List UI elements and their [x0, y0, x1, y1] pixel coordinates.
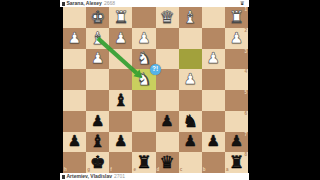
square-g2[interactable]: ♝	[86, 28, 109, 49]
square-h2[interactable]: ♟	[63, 28, 86, 49]
square-h4[interactable]	[63, 69, 86, 90]
square-g3[interactable]: ♟	[86, 49, 109, 70]
chess-board[interactable]: ♚♜♛♝1♜♟♝♟♟2♟♟♞♟3♞♟4♝5♟♟♞6♟♝♟♟♟7♟hg♚fe♜d♛…	[63, 7, 248, 173]
white-p-f2[interactable]: ♟	[114, 31, 127, 46]
square-c8[interactable]: c	[179, 152, 202, 173]
square-b7[interactable]: ♟	[202, 132, 225, 153]
game-type-icon	[62, 2, 65, 6]
square-b4[interactable]	[202, 69, 225, 90]
square-c3[interactable]	[179, 49, 202, 70]
black-p-g6[interactable]: ♟	[91, 114, 104, 129]
white-r-f1[interactable]: ♜	[113, 9, 128, 26]
black-b-g7[interactable]: ♝	[90, 133, 105, 150]
top-player-name: Sarana, Alexey	[67, 0, 102, 7]
square-d2[interactable]	[156, 28, 179, 49]
white-p-g3[interactable]: ♟	[91, 51, 104, 66]
square-e8[interactable]: e♜	[132, 152, 155, 173]
white-n-e3[interactable]: ♞	[136, 50, 151, 67]
square-b2[interactable]	[202, 28, 225, 49]
coord-rank-5: 5	[244, 91, 247, 96]
square-f2[interactable]: ♟	[109, 28, 132, 49]
square-d5[interactable]	[156, 90, 179, 111]
square-c2[interactable]	[179, 28, 202, 49]
square-e6[interactable]	[132, 111, 155, 132]
square-e7[interactable]	[132, 132, 155, 153]
white-n-e4[interactable]: ♞	[136, 71, 151, 88]
square-e2[interactable]: ♟	[132, 28, 155, 49]
white-r-a1[interactable]: ♜	[229, 9, 244, 26]
square-a5[interactable]: 5	[225, 90, 248, 111]
square-a8[interactable]: 8a♜	[225, 152, 248, 173]
coord-file-a: a	[226, 168, 229, 173]
black-r-e8[interactable]: ♜	[136, 154, 151, 171]
coord-rank-1: 1	[244, 8, 247, 13]
square-h5[interactable]	[63, 90, 86, 111]
white-b-g2[interactable]: ♝	[90, 30, 105, 47]
black-p-a7[interactable]: ♟	[230, 134, 243, 149]
coord-rank-6: 6	[244, 112, 247, 117]
coord-file-b: b	[203, 168, 206, 173]
bottom-player-rating: 2701	[114, 173, 125, 180]
white-p-a2[interactable]: ♟	[230, 31, 243, 46]
square-c1[interactable]: ♝	[179, 7, 202, 28]
square-c4[interactable]: ♟	[179, 69, 202, 90]
square-h8[interactable]: h	[63, 152, 86, 173]
square-a4[interactable]: 4	[225, 69, 248, 90]
square-b1[interactable]	[202, 7, 225, 28]
square-g7[interactable]: ♝	[86, 132, 109, 153]
white-p-e2[interactable]: ♟	[137, 31, 150, 46]
square-c7[interactable]: ♟	[179, 132, 202, 153]
coord-rank-2: 2	[244, 29, 247, 34]
black-n-c6[interactable]: ♞	[183, 113, 198, 130]
black-p-c7[interactable]: ♟	[183, 134, 196, 149]
pillarbox-right	[249, 0, 320, 180]
square-d1[interactable]: ♛	[156, 7, 179, 28]
white-p-h2[interactable]: ♟	[68, 31, 81, 46]
square-a6[interactable]: 6	[225, 111, 248, 132]
square-d7[interactable]	[156, 132, 179, 153]
chess-video-area: Sarana, Alexey 2668 ♛ ♚♜♛♝1♜♟♝♟♟2♟♟♞♟3♞♟…	[60, 0, 249, 180]
square-a7[interactable]: 7♟	[225, 132, 248, 153]
square-e1[interactable]	[132, 7, 155, 28]
square-f4[interactable]	[109, 69, 132, 90]
square-b3[interactable]: ♟	[202, 49, 225, 70]
square-h7[interactable]: ♟	[63, 132, 86, 153]
square-f1[interactable]: ♜	[109, 7, 132, 28]
crown-icon: ♛	[240, 0, 245, 7]
black-p-b7[interactable]: ♟	[207, 134, 220, 149]
white-q-d1[interactable]: ♛	[159, 9, 174, 26]
square-g1[interactable]: ♚	[86, 7, 109, 28]
black-p-f7[interactable]: ♟	[114, 134, 127, 149]
video-frame: Sarana, Alexey 2668 ♛ ♚♜♛♝1♜♟♝♟♟2♟♟♞♟3♞♟…	[0, 0, 320, 180]
white-p-b3[interactable]: ♟	[207, 51, 220, 66]
white-b-c1[interactable]: ♝	[183, 9, 198, 26]
coord-rank-3: 3	[244, 50, 247, 55]
black-p-d6[interactable]: ♟	[160, 114, 173, 129]
square-c6[interactable]: ♞	[179, 111, 202, 132]
square-f7[interactable]: ♟	[109, 132, 132, 153]
square-a3[interactable]: 3	[225, 49, 248, 70]
coord-file-h: h	[64, 168, 67, 173]
square-h1[interactable]	[63, 7, 86, 28]
square-f6[interactable]	[109, 111, 132, 132]
player-bar-bottom: Artemiev, Vladislav 2701	[60, 173, 249, 180]
coord-file-c: c	[180, 168, 183, 173]
board-wrap: ♚♜♛♝1♜♟♝♟♟2♟♟♞♟3♞♟4♝5♟♟♞6♟♝♟♟♟7♟hg♚fe♜d♛…	[63, 7, 248, 173]
coord-file-e: e	[133, 168, 136, 173]
coord-file-f: f	[110, 168, 112, 173]
square-g5[interactable]	[86, 90, 109, 111]
square-a2[interactable]: 2♟	[225, 28, 248, 49]
black-p-h7[interactable]: ♟	[68, 134, 81, 149]
square-g4[interactable]	[86, 69, 109, 90]
square-d6[interactable]: ♟	[156, 111, 179, 132]
coord-rank-8: 8	[244, 153, 247, 158]
coord-rank-4: 4	[244, 70, 247, 75]
bottom-player-name: Artemiev, Vladislav	[67, 173, 113, 180]
square-h6[interactable]	[63, 111, 86, 132]
square-e5[interactable]	[132, 90, 155, 111]
coord-rank-7: 7	[244, 133, 247, 138]
white-p-c4[interactable]: ♟	[183, 72, 196, 87]
black-r-a8[interactable]: ♜	[229, 154, 244, 171]
square-b5[interactable]	[202, 90, 225, 111]
black-q-d8[interactable]: ♛	[159, 154, 174, 171]
square-h3[interactable]	[63, 49, 86, 70]
square-g8[interactable]: g♚	[86, 152, 109, 173]
square-b6[interactable]	[202, 111, 225, 132]
white-k-g1[interactable]: ♚	[90, 9, 105, 26]
coord-file-g: g	[87, 168, 90, 173]
square-f3[interactable]	[109, 49, 132, 70]
square-c5[interactable]	[179, 90, 202, 111]
move-quality-badge: ?!	[150, 64, 161, 75]
coord-file-d: d	[157, 168, 160, 173]
black-k-g8[interactable]: ♚	[90, 154, 105, 171]
square-a1[interactable]: 1♜	[225, 7, 248, 28]
game-type-icon	[62, 175, 65, 179]
top-player-rating: 2668	[104, 0, 115, 7]
black-b-f5[interactable]: ♝	[113, 92, 128, 109]
square-b8[interactable]: b	[202, 152, 225, 173]
square-f5[interactable]: ♝	[109, 90, 132, 111]
pillarbox-left	[0, 0, 60, 180]
square-f8[interactable]: f	[109, 152, 132, 173]
player-bar-top: Sarana, Alexey 2668 ♛	[60, 0, 249, 7]
square-d8[interactable]: d♛	[156, 152, 179, 173]
square-g6[interactable]: ♟	[86, 111, 109, 132]
